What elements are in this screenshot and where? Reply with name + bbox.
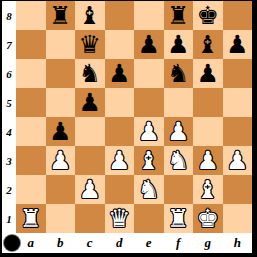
piece-white-rook[interactable]: ♜: [16, 204, 46, 233]
piece-black-knight[interactable]: ♞: [75, 59, 105, 88]
square-h7[interactable]: ♟: [223, 30, 253, 59]
square-h3[interactable]: ♟: [223, 146, 253, 175]
piece-black-knight[interactable]: ♞: [164, 59, 194, 88]
square-g2[interactable]: ♝: [193, 175, 223, 204]
rank-label-7: 7: [2, 30, 16, 59]
square-c8[interactable]: ♝: [75, 1, 105, 30]
square-g3[interactable]: ♟: [193, 146, 223, 175]
piece-white-pawn[interactable]: ♟: [134, 117, 164, 146]
file-label-c: c: [75, 233, 105, 253]
square-e1[interactable]: [134, 204, 164, 233]
rank-label-1: 1: [2, 204, 16, 233]
square-f3[interactable]: ♞: [164, 146, 194, 175]
piece-black-pawn[interactable]: ♟: [164, 30, 194, 59]
piece-black-rook[interactable]: ♜: [164, 1, 194, 30]
file-label-g: g: [193, 233, 223, 253]
square-b8[interactable]: ♜: [46, 1, 76, 30]
square-a5[interactable]: [16, 88, 46, 117]
square-b3[interactable]: ♟: [46, 146, 76, 175]
square-h6[interactable]: [223, 59, 253, 88]
piece-black-pawn[interactable]: ♟: [75, 88, 105, 117]
square-g6[interactable]: ♟: [193, 59, 223, 88]
square-e4[interactable]: ♟: [134, 117, 164, 146]
piece-black-pawn[interactable]: ♟: [134, 30, 164, 59]
square-h5[interactable]: [223, 88, 253, 117]
square-d8[interactable]: [105, 1, 135, 30]
piece-white-rook[interactable]: ♜: [164, 204, 194, 233]
piece-white-bishop[interactable]: ♝: [134, 146, 164, 175]
square-b2[interactable]: [46, 175, 76, 204]
piece-white-knight[interactable]: ♞: [164, 146, 194, 175]
square-f8[interactable]: ♜: [164, 1, 194, 30]
square-f4[interactable]: ♟: [164, 117, 194, 146]
piece-black-bishop[interactable]: ♝: [75, 1, 105, 30]
square-c5[interactable]: ♟: [75, 88, 105, 117]
square-h1[interactable]: [223, 204, 253, 233]
square-a4[interactable]: [16, 117, 46, 146]
square-a3[interactable]: [16, 146, 46, 175]
piece-black-pawn[interactable]: ♟: [223, 30, 253, 59]
square-b4[interactable]: ♟: [46, 117, 76, 146]
chess-diagram: 87654321 ♜♝♜♚♛♟♟♝♟♞♟♞♟♟♟♟♟♟♟♝♞♟♟♟♞♝♜♛♜♚ …: [0, 0, 257, 257]
square-e3[interactable]: ♝: [134, 146, 164, 175]
square-f6[interactable]: ♞: [164, 59, 194, 88]
piece-black-rook[interactable]: ♜: [46, 1, 76, 30]
rank-label-3: 3: [2, 146, 16, 175]
square-a1[interactable]: ♜: [16, 204, 46, 233]
square-d3[interactable]: ♟: [105, 146, 135, 175]
square-e5[interactable]: [134, 88, 164, 117]
square-c7[interactable]: ♛: [75, 30, 105, 59]
square-e2[interactable]: ♞: [134, 175, 164, 204]
file-label-h: h: [223, 233, 253, 253]
square-d1[interactable]: ♛: [105, 204, 135, 233]
piece-white-pawn[interactable]: ♟: [193, 146, 223, 175]
square-g4[interactable]: [193, 117, 223, 146]
square-h8[interactable]: [223, 1, 253, 30]
square-g8[interactable]: ♚: [193, 1, 223, 30]
file-label-a: a: [16, 233, 46, 253]
square-b5[interactable]: [46, 88, 76, 117]
square-f7[interactable]: ♟: [164, 30, 194, 59]
square-b6[interactable]: [46, 59, 76, 88]
rank-label-8: 8: [2, 1, 16, 30]
piece-white-pawn[interactable]: ♟: [105, 146, 135, 175]
piece-black-pawn[interactable]: ♟: [105, 59, 135, 88]
square-f1[interactable]: ♜: [164, 204, 194, 233]
square-h4[interactable]: [223, 117, 253, 146]
piece-white-pawn[interactable]: ♟: [75, 175, 105, 204]
square-d2[interactable]: [105, 175, 135, 204]
piece-black-pawn[interactable]: ♟: [193, 59, 223, 88]
file-label-b: b: [46, 233, 76, 253]
square-h2[interactable]: [223, 175, 253, 204]
square-g7[interactable]: ♝: [193, 30, 223, 59]
piece-black-queen[interactable]: ♛: [75, 30, 105, 59]
file-label-e: e: [134, 233, 164, 253]
square-d7[interactable]: [105, 30, 135, 59]
square-b7[interactable]: [46, 30, 76, 59]
file-label-d: d: [105, 233, 135, 253]
rank-label-2: 2: [2, 175, 16, 204]
square-c3[interactable]: [75, 146, 105, 175]
piece-white-queen[interactable]: ♛: [105, 204, 135, 233]
square-c6[interactable]: ♞: [75, 59, 105, 88]
rank-label-6: 6: [2, 59, 16, 88]
square-d6[interactable]: ♟: [105, 59, 135, 88]
square-e6[interactable]: [134, 59, 164, 88]
piece-white-pawn[interactable]: ♟: [164, 117, 194, 146]
square-f2[interactable]: [164, 175, 194, 204]
piece-white-bishop[interactable]: ♝: [193, 175, 223, 204]
piece-white-pawn[interactable]: ♟: [46, 146, 76, 175]
file-labels: abcdefgh: [16, 233, 252, 253]
piece-white-knight[interactable]: ♞: [134, 175, 164, 204]
square-g1[interactable]: ♚: [193, 204, 223, 233]
rank-label-5: 5: [2, 88, 16, 117]
piece-black-pawn[interactable]: ♟: [46, 117, 76, 146]
rank-label-4: 4: [2, 117, 16, 146]
square-b1[interactable]: [46, 204, 76, 233]
square-c2[interactable]: ♟: [75, 175, 105, 204]
piece-black-king[interactable]: ♚: [193, 1, 223, 30]
square-f5[interactable]: [164, 88, 194, 117]
piece-black-bishop[interactable]: ♝: [193, 30, 223, 59]
square-a2[interactable]: [16, 175, 46, 204]
square-d4[interactable]: [105, 117, 135, 146]
rank-labels: 87654321: [2, 1, 16, 233]
square-e7[interactable]: ♟: [134, 30, 164, 59]
black-to-move-indicator: [4, 235, 20, 251]
square-e8[interactable]: [134, 1, 164, 30]
square-c4[interactable]: [75, 117, 105, 146]
square-a8[interactable]: [16, 1, 46, 30]
square-d5[interactable]: [105, 88, 135, 117]
square-c1[interactable]: [75, 204, 105, 233]
file-label-f: f: [164, 233, 194, 253]
piece-white-king[interactable]: ♚: [193, 204, 223, 233]
square-a7[interactable]: [16, 30, 46, 59]
square-a6[interactable]: [16, 59, 46, 88]
square-g5[interactable]: [193, 88, 223, 117]
chess-board: ♜♝♜♚♛♟♟♝♟♞♟♞♟♟♟♟♟♟♟♝♞♟♟♟♞♝♜♛♜♚: [16, 1, 252, 233]
piece-white-pawn[interactable]: ♟: [223, 146, 253, 175]
